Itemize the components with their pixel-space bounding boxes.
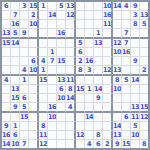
cell-r4c13[interactable]	[113, 29, 122, 39]
cell-r5c10[interactable]	[85, 39, 94, 48]
cell-r8c8[interactable]	[66, 66, 76, 76]
cell-r16c12[interactable]: 2	[103, 140, 113, 148]
cell-r12c15[interactable]: 13	[131, 103, 140, 113]
cell-r8c6[interactable]	[48, 66, 57, 76]
cell-r3c3[interactable]	[20, 20, 29, 29]
cell-r12c3[interactable]: 5	[20, 103, 29, 113]
cell-r10c8[interactable]: 8	[66, 85, 76, 94]
cell-r9c8[interactable]: 11	[66, 76, 76, 85]
cell-r1c13[interactable]: 14	[113, 2, 122, 11]
cell-r6c4[interactable]	[29, 48, 39, 57]
cell-r8c5[interactable]: 1	[39, 66, 48, 76]
cell-r3c12[interactable]: 11	[103, 20, 113, 29]
cell-r3c16[interactable]: 5	[140, 20, 148, 29]
cell-r5c5[interactable]	[39, 39, 48, 48]
cell-r10c9[interactable]: 15	[76, 85, 85, 94]
cell-r14c7[interactable]	[57, 122, 66, 131]
cell-r10c7[interactable]: 6	[57, 85, 66, 94]
cell-r9c2[interactable]	[11, 76, 20, 85]
cell-r6c1[interactable]	[2, 48, 11, 57]
cell-r1c2[interactable]	[11, 2, 20, 11]
cell-r5c2[interactable]: 14	[11, 39, 20, 48]
cell-r4c15[interactable]	[131, 29, 140, 39]
cell-r4c3[interactable]: 9	[20, 29, 29, 39]
cell-r3c14[interactable]	[122, 20, 131, 29]
cell-r13c14[interactable]: 6	[122, 113, 131, 122]
cell-r10c11[interactable]: 14	[94, 85, 103, 94]
cell-r15c15[interactable]: 10	[131, 131, 140, 140]
cell-r13c12[interactable]	[103, 113, 113, 122]
cell-r2c7[interactable]	[57, 11, 66, 20]
cell-r8c4[interactable]: 10	[29, 66, 39, 76]
cell-r16c2[interactable]: 10	[11, 140, 20, 148]
cell-r12c16[interactable]: 15	[140, 103, 148, 113]
cell-r8c2[interactable]	[11, 66, 20, 76]
cell-r8c1[interactable]	[2, 66, 11, 76]
cell-r1c16[interactable]	[140, 2, 148, 11]
cell-r15c2[interactable]: 6	[11, 131, 20, 140]
cell-r6c10[interactable]	[85, 48, 94, 57]
cell-r2c13[interactable]	[113, 11, 122, 20]
cell-r13c11[interactable]	[94, 113, 103, 122]
cell-r14c14[interactable]	[122, 122, 131, 131]
cell-r7c3[interactable]	[20, 57, 29, 66]
cell-r11c5[interactable]	[39, 94, 48, 103]
cell-r5c13[interactable]: 12	[113, 39, 122, 48]
cell-r10c3[interactable]	[20, 85, 29, 94]
cell-r11c11[interactable]: 9	[94, 94, 103, 103]
cell-r4c11[interactable]: 1	[94, 29, 103, 39]
cell-r5c16[interactable]	[140, 39, 148, 48]
cell-r3c15[interactable]: 8	[131, 20, 140, 29]
cell-r8c13[interactable]: 13	[113, 66, 122, 76]
cell-r14c12[interactable]	[103, 122, 113, 131]
cell-r16c14[interactable]: 15	[122, 140, 131, 148]
cell-r5c8[interactable]	[66, 39, 76, 48]
cell-r6c8[interactable]	[66, 48, 76, 57]
cell-r2c5[interactable]	[39, 11, 48, 20]
cell-r11c9[interactable]	[76, 94, 85, 103]
cell-r7c4[interactable]: 6	[29, 57, 39, 66]
cell-r1c15[interactable]: 9	[131, 2, 140, 11]
cell-r14c3[interactable]	[20, 122, 29, 131]
cell-r13c3[interactable]: 15	[20, 113, 29, 122]
cell-r5c3[interactable]	[20, 39, 29, 48]
cell-r12c9[interactable]	[76, 103, 85, 113]
cell-r1c8[interactable]: 13	[66, 2, 76, 11]
cell-r1c4[interactable]: 15	[29, 2, 39, 11]
cell-r2c3[interactable]	[20, 11, 29, 20]
cell-r16c11[interactable]: 6	[94, 140, 103, 148]
cell-r11c16[interactable]	[140, 94, 148, 103]
cell-r12c4[interactable]	[29, 103, 39, 113]
cell-r3c4[interactable]: 10	[29, 20, 39, 29]
cell-r6c3[interactable]	[20, 48, 29, 57]
cell-r16c10[interactable]: 4	[85, 140, 94, 148]
cell-r6c16[interactable]	[140, 48, 148, 57]
cell-r3c9[interactable]	[76, 20, 85, 29]
cell-r6c6[interactable]: 1	[48, 48, 57, 57]
cell-r4c7[interactable]: 16	[57, 29, 66, 39]
cell-r14c8[interactable]	[66, 122, 76, 131]
cell-r15c7[interactable]	[57, 131, 66, 140]
cell-r15c5[interactable]: 11	[39, 131, 48, 140]
cell-r10c5[interactable]	[39, 85, 48, 94]
cell-r11c3[interactable]: 6	[20, 94, 29, 103]
cell-r6c11[interactable]	[94, 48, 103, 57]
sudoku-board: 6315151310144972141216313161011851359161…	[0, 0, 150, 150]
cell-r10c16[interactable]	[140, 85, 148, 94]
cell-r3c10[interactable]	[85, 20, 94, 29]
cell-r7c10[interactable]: 16	[85, 57, 94, 66]
cell-r3c6[interactable]	[48, 20, 57, 29]
cell-r5c12[interactable]	[103, 39, 113, 48]
cell-r10c2[interactable]: 13	[11, 85, 20, 94]
cell-r13c9[interactable]	[76, 113, 85, 122]
cell-r13c13[interactable]	[113, 113, 122, 122]
cell-r2c16[interactable]: 13	[140, 11, 148, 20]
cell-r14c11[interactable]	[94, 122, 103, 131]
cell-r12c2[interactable]: 9	[11, 103, 20, 113]
cell-r7c12[interactable]	[103, 57, 113, 66]
cell-r12c10[interactable]	[85, 103, 94, 113]
cell-r6c15[interactable]	[131, 48, 140, 57]
cell-r8c14[interactable]	[122, 66, 131, 76]
cell-r9c12[interactable]	[103, 76, 113, 85]
cell-r11c2[interactable]: 15	[11, 94, 20, 103]
cell-r3c5[interactable]	[39, 20, 48, 29]
cell-r16c15[interactable]	[131, 140, 140, 148]
cell-r2c2[interactable]: 7	[11, 11, 20, 20]
cell-r7c15[interactable]: 9	[131, 57, 140, 66]
cell-r5c4[interactable]	[29, 39, 39, 48]
cell-r15c9[interactable]: 12	[76, 131, 85, 140]
cell-r12c8[interactable]: 4	[66, 103, 76, 113]
cell-r9c4[interactable]	[29, 76, 39, 85]
cell-r15c14[interactable]	[122, 131, 131, 140]
cell-r12c14[interactable]	[122, 103, 131, 113]
cell-r1c6[interactable]	[48, 2, 57, 11]
cell-r13c1[interactable]	[2, 113, 11, 122]
cell-r6c13[interactable]: 10	[113, 48, 122, 57]
cell-r7c7[interactable]: 15	[57, 57, 66, 66]
cell-r10c14[interactable]	[122, 85, 131, 94]
cell-r16c13[interactable]: 9	[113, 140, 122, 148]
cell-r1c14[interactable]: 4	[122, 2, 131, 11]
cell-r6c9[interactable]: 6	[76, 48, 85, 57]
cell-r14c10[interactable]	[85, 122, 94, 131]
cell-r4c12[interactable]	[103, 29, 113, 39]
cell-r15c4[interactable]	[29, 131, 39, 140]
cell-r1c9[interactable]	[76, 2, 85, 11]
cell-r13c5[interactable]	[39, 113, 48, 122]
cell-r8c9[interactable]: 8	[76, 66, 85, 76]
cell-r7c13[interactable]	[113, 57, 122, 66]
cell-r12c6[interactable]: 16	[48, 103, 57, 113]
cell-r14c6[interactable]	[48, 122, 57, 131]
cell-r7c6[interactable]: 7	[48, 57, 57, 66]
cell-r7c11[interactable]	[94, 57, 103, 66]
cell-r1c10[interactable]	[85, 2, 94, 11]
cell-r11c14[interactable]	[122, 94, 131, 103]
cell-r2c8[interactable]: 12	[66, 11, 76, 20]
cell-r1c11[interactable]	[94, 2, 103, 11]
cell-r14c9[interactable]	[76, 122, 85, 131]
cell-r12c11[interactable]	[94, 103, 103, 113]
cell-r5c15[interactable]	[131, 39, 140, 48]
cell-r11c4[interactable]	[29, 94, 39, 103]
cell-r13c8[interactable]	[66, 113, 76, 122]
cell-r2c12[interactable]: 16	[103, 11, 113, 20]
cell-r13c4[interactable]	[29, 113, 39, 122]
cell-r5c11[interactable]: 13	[94, 39, 103, 48]
cell-r16c6[interactable]	[48, 140, 57, 148]
cell-r15c8[interactable]	[66, 131, 76, 140]
cell-r14c13[interactable]: 14	[113, 122, 122, 131]
cell-r2c15[interactable]: 3	[131, 11, 140, 20]
cell-r7c14[interactable]	[122, 57, 131, 66]
cell-r1c1[interactable]: 6	[2, 2, 11, 11]
cell-r8c12[interactable]: 12	[103, 66, 113, 76]
cell-r16c1[interactable]: 14	[2, 140, 11, 148]
cell-r13c15[interactable]: 11	[131, 113, 140, 122]
cell-r7c5[interactable]: 4	[39, 57, 48, 66]
cell-r4c6[interactable]	[48, 29, 57, 39]
cell-r16c16[interactable]: 8	[140, 140, 148, 148]
cell-r9c16[interactable]	[140, 76, 148, 85]
cell-r2c6[interactable]: 14	[48, 11, 57, 20]
cell-r2c4[interactable]: 2	[29, 11, 39, 20]
cell-r9c5[interactable]: 15	[39, 76, 48, 85]
cell-r15c11[interactable]: 8	[94, 131, 103, 140]
cell-r14c4[interactable]	[29, 122, 39, 131]
cell-r12c7[interactable]	[57, 103, 66, 113]
cell-r15c16[interactable]	[140, 131, 148, 140]
cell-r12c12[interactable]	[103, 103, 113, 113]
cell-r4c1[interactable]: 13	[2, 29, 11, 39]
cell-r12c13[interactable]	[113, 103, 122, 113]
cell-r6c2[interactable]	[11, 48, 20, 57]
cell-r11c6[interactable]	[48, 94, 57, 103]
cell-r13c10[interactable]: 14	[85, 113, 94, 122]
cell-r4c2[interactable]: 5	[11, 29, 20, 39]
cell-r1c12[interactable]: 10	[103, 2, 113, 11]
cell-r4c14[interactable]: 7	[122, 29, 131, 39]
cell-r11c1[interactable]	[2, 94, 11, 103]
cell-r9c1[interactable]: 4	[2, 76, 11, 85]
cell-r11c10[interactable]	[85, 94, 94, 103]
cell-r3c13[interactable]	[113, 20, 122, 29]
cell-r1c3[interactable]: 3	[20, 2, 29, 11]
cell-r2c10[interactable]	[85, 11, 94, 20]
cell-r3c7[interactable]	[57, 20, 66, 29]
cell-r15c12[interactable]	[103, 131, 113, 140]
cell-r13c2[interactable]	[11, 113, 20, 122]
cell-r15c10[interactable]	[85, 131, 94, 140]
cell-r15c13[interactable]: 13	[113, 131, 122, 140]
cell-r16c7[interactable]	[57, 140, 66, 148]
cell-r2c9[interactable]	[76, 11, 85, 20]
cell-r5c1[interactable]: 15	[2, 39, 11, 48]
cell-r10c13[interactable]: 10	[113, 85, 122, 94]
cell-r7c8[interactable]	[66, 57, 76, 66]
cell-r10c10[interactable]: 1	[85, 85, 94, 94]
cell-r11c15[interactable]	[131, 94, 140, 103]
cell-r8c15[interactable]	[131, 66, 140, 76]
cell-r15c6[interactable]	[48, 131, 57, 140]
cell-r16c9[interactable]	[76, 140, 85, 148]
cell-r12c5[interactable]	[39, 103, 48, 113]
cell-r6c12[interactable]	[103, 48, 113, 57]
cell-r7c16[interactable]	[140, 57, 148, 66]
cell-r4c10[interactable]	[85, 29, 94, 39]
cell-r11c12[interactable]	[103, 94, 113, 103]
cell-r10c4[interactable]	[29, 85, 39, 94]
cell-r3c8[interactable]	[66, 20, 76, 29]
cell-r15c1[interactable]: 16	[2, 131, 11, 140]
cell-r9c13[interactable]: 8	[113, 76, 122, 85]
cell-r9c7[interactable]: 13	[57, 76, 66, 85]
cell-r4c16[interactable]	[140, 29, 148, 39]
cell-r6c14[interactable]: 16	[122, 48, 131, 57]
cell-r16c3[interactable]: 7	[20, 140, 29, 148]
cell-r14c15[interactable]: 5	[131, 122, 140, 131]
cell-r14c5[interactable]: 8	[39, 122, 48, 131]
cell-r1c7[interactable]: 5	[57, 2, 66, 11]
cell-r9c15[interactable]: 14	[131, 76, 140, 85]
cell-r14c1[interactable]: 9	[2, 122, 11, 131]
cell-r4c8[interactable]	[66, 29, 76, 39]
cell-r13c16[interactable]: 12	[140, 113, 148, 122]
cell-r8c7[interactable]	[57, 66, 66, 76]
cell-r8c10[interactable]: 3	[85, 66, 94, 76]
cell-r6c7[interactable]	[57, 48, 66, 57]
cell-r8c16[interactable]: 2	[140, 66, 148, 76]
cell-r9c9[interactable]	[76, 76, 85, 85]
cell-r3c1[interactable]	[2, 20, 11, 29]
cell-r7c1[interactable]	[2, 57, 11, 66]
cell-r2c1[interactable]	[2, 11, 11, 20]
cell-r11c13[interactable]	[113, 94, 122, 103]
cell-r10c12[interactable]	[103, 85, 113, 94]
cell-r7c2[interactable]	[11, 57, 20, 66]
cell-r9c11[interactable]	[94, 76, 103, 85]
cell-r14c16[interactable]	[140, 122, 148, 131]
cell-r5c14[interactable]: 7	[122, 39, 131, 48]
cell-r16c5[interactable]: 12	[39, 140, 48, 148]
cell-r14c2[interactable]: 1	[11, 122, 20, 131]
cell-r2c14[interactable]	[122, 11, 131, 20]
cell-r11c7[interactable]: 10	[57, 94, 66, 103]
cell-r2c11[interactable]	[94, 11, 103, 20]
cell-r12c1[interactable]	[2, 103, 11, 113]
cell-r4c5[interactable]	[39, 29, 48, 39]
cell-r8c3[interactable]: 4	[20, 66, 29, 76]
cell-r5c6[interactable]	[48, 39, 57, 48]
cell-r9c6[interactable]	[48, 76, 57, 85]
cell-r1c5[interactable]: 1	[39, 2, 48, 11]
cell-r7c9[interactable]: 2	[76, 57, 85, 66]
cell-r13c6[interactable]: 10	[48, 113, 57, 122]
cell-r13c7[interactable]	[57, 113, 66, 122]
cell-r3c11[interactable]	[94, 20, 103, 29]
cell-r10c15[interactable]	[131, 85, 140, 94]
cell-r3c2[interactable]: 16	[11, 20, 20, 29]
cell-r11c8[interactable]: 14	[66, 94, 76, 103]
cell-r9c3[interactable]: 1	[20, 76, 29, 85]
cell-r5c9[interactable]: 5	[76, 39, 85, 48]
cell-r4c9[interactable]	[76, 29, 85, 39]
cell-r9c10[interactable]	[85, 76, 94, 85]
cell-r15c3[interactable]	[20, 131, 29, 140]
cell-r6c5[interactable]	[39, 48, 48, 57]
cell-r9c14[interactable]: 5	[122, 76, 131, 85]
cell-r8c11[interactable]	[94, 66, 103, 76]
cell-r16c8[interactable]	[66, 140, 76, 148]
cell-r10c6[interactable]	[48, 85, 57, 94]
cell-r16c4[interactable]	[29, 140, 39, 148]
cell-r10c1[interactable]	[2, 85, 11, 94]
cell-r5c7[interactable]	[57, 39, 66, 48]
cell-r4c4[interactable]	[29, 29, 39, 39]
